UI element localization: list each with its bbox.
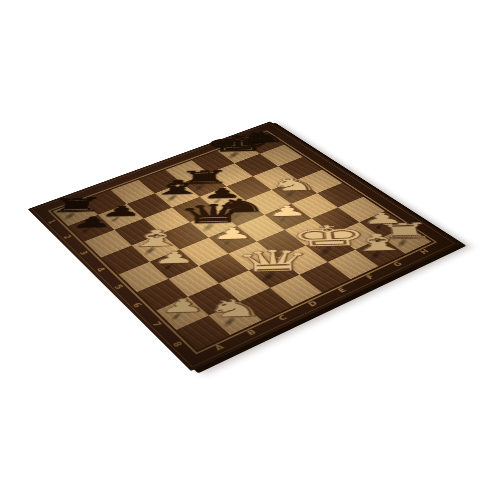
piece-black-pawn-a2[interactable]: ♟ — [70, 214, 115, 230]
rank-label-8: 8 — [169, 339, 186, 351]
file-label-h: H — [416, 247, 432, 256]
piece-white-pawn-f5[interactable]: ♟ — [266, 203, 310, 219]
board-wrap: 12345678ABCDEFGH ♞♝♜♟♛♚♟♟♟♟♝♞♛♞♟♟♟♝♜♜♚♞ — [78, 67, 397, 386]
file-label-d: D — [304, 299, 321, 309]
piece-black-king-g1[interactable]: ♚ — [203, 132, 274, 156]
rank-label-6: 6 — [129, 300, 145, 311]
scene: 12345678ABCDEFGH ♞♝♜♟♛♚♟♟♟♟♝♞♛♞♟♟♟♝♜♜♚♞ — [0, 0, 480, 480]
board-grid — [53, 133, 432, 351]
file-label-g: G — [389, 259, 406, 268]
file-label-a: A — [210, 342, 228, 353]
rank-label-1: 1 — [44, 218, 58, 227]
file-label-e: E — [333, 285, 350, 295]
piece-black-bishop-d2[interactable]: ♝ — [147, 177, 207, 198]
board[interactable]: 12345678ABCDEFGH ♞♝♜♟♛♚♟♟♟♟♝♞♛♞♟♟♟♝♜♜♚♞ — [28, 122, 460, 371]
rank-label-7: 7 — [148, 319, 165, 330]
rank-label-5: 5 — [111, 282, 127, 292]
rank-label-3: 3 — [76, 248, 91, 257]
file-label-c: C — [274, 313, 292, 324]
file-label-f: F — [362, 272, 379, 282]
rank-label-4: 4 — [93, 265, 108, 275]
piece-white-knight-g4[interactable]: ♞ — [267, 175, 321, 194]
file-label-b: B — [243, 327, 261, 338]
rank-label-2: 2 — [60, 233, 75, 242]
